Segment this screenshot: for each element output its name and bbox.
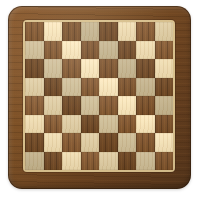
board-square: [25, 96, 44, 115]
board-square: [99, 59, 118, 78]
board-square: [25, 59, 44, 78]
board-square: [155, 133, 174, 152]
board-square: [155, 59, 174, 78]
photo-background: [0, 0, 200, 200]
board-square: [44, 115, 63, 134]
chess-board: [8, 6, 191, 189]
board-square: [44, 41, 63, 60]
board-square: [136, 115, 155, 134]
board-square: [62, 59, 81, 78]
board-square: [25, 22, 44, 41]
board-square: [118, 78, 137, 97]
board-square: [62, 41, 81, 60]
board-square: [99, 115, 118, 134]
board-square: [136, 78, 155, 97]
board-square: [62, 96, 81, 115]
board-square: [44, 22, 63, 41]
board-square: [25, 41, 44, 60]
board-square: [44, 78, 63, 97]
board-square: [118, 22, 137, 41]
board-square: [99, 152, 118, 171]
board-square: [155, 22, 174, 41]
board-grid: [25, 22, 173, 170]
board-square: [155, 152, 174, 171]
board-inlay-border: [23, 20, 175, 172]
board-square: [81, 59, 100, 78]
board-square: [155, 96, 174, 115]
board-square: [136, 96, 155, 115]
board-square: [118, 59, 137, 78]
board-square: [81, 152, 100, 171]
board-square: [62, 133, 81, 152]
board-square: [136, 152, 155, 171]
board-square: [99, 22, 118, 41]
board-square: [25, 78, 44, 97]
board-square: [81, 41, 100, 60]
board-square: [62, 115, 81, 134]
board-square: [62, 78, 81, 97]
board-square: [99, 133, 118, 152]
board-square: [81, 115, 100, 134]
board-square: [62, 152, 81, 171]
board-square: [99, 96, 118, 115]
board-square: [81, 96, 100, 115]
board-square: [25, 115, 44, 134]
board-square: [136, 22, 155, 41]
board-square: [81, 133, 100, 152]
board-square: [44, 59, 63, 78]
board-square: [118, 133, 137, 152]
board-square: [25, 152, 44, 171]
board-square: [25, 133, 44, 152]
board-square: [155, 78, 174, 97]
board-square: [118, 152, 137, 171]
board-square: [118, 115, 137, 134]
board-square: [44, 133, 63, 152]
board-square: [81, 78, 100, 97]
board-square: [118, 96, 137, 115]
board-square: [44, 96, 63, 115]
board-square: [136, 59, 155, 78]
board-square: [99, 41, 118, 60]
board-square: [81, 22, 100, 41]
board-square: [99, 78, 118, 97]
board-square: [155, 115, 174, 134]
board-square: [136, 41, 155, 60]
board-square: [118, 41, 137, 60]
board-square: [136, 133, 155, 152]
board-square: [62, 22, 81, 41]
board-square: [44, 152, 63, 171]
board-square: [155, 41, 174, 60]
